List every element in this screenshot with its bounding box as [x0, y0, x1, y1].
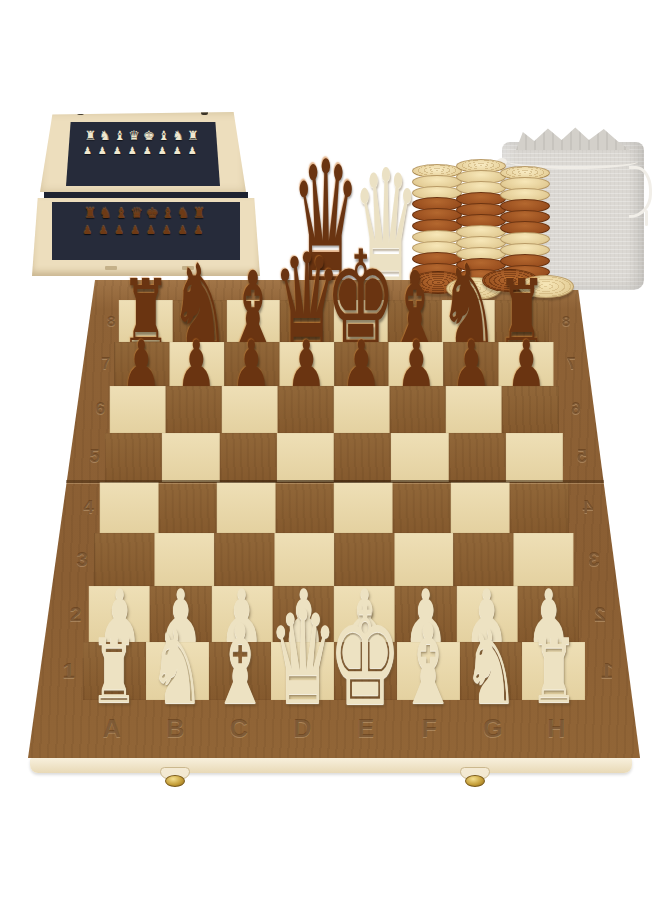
bag-gathered-top: [516, 126, 630, 150]
piece-white-bishop-f1: ♝: [399, 610, 458, 720]
square-a4: [100, 482, 159, 533]
chessboard: ♜♞♝♛♚♝♞♜♟♟♟♟♟♟♟♟♟♟♟♟♟♟♟♟♜♞♝♛♚♝♞♜ ABCDEFG…: [0, 270, 660, 830]
file-label-a: A: [99, 714, 125, 743]
square-g4: [451, 482, 510, 533]
box-lid: ♜♞♝♛♚♝♞♜ ♟♟♟♟♟♟♟♟: [40, 112, 246, 192]
rank-label-right-3: 3: [581, 548, 607, 571]
box-dark-major-row: ♜♞♝♛♚♝♞♜: [52, 204, 240, 224]
file-label-h: H: [543, 714, 569, 743]
square-e6: [334, 386, 390, 433]
square-g6: [446, 386, 502, 433]
rank-label-left-5: 5: [82, 446, 108, 467]
rank-label-right-2: 2: [587, 602, 613, 626]
square-c7: ♟: [224, 342, 279, 386]
rank-label-right-7: 7: [558, 355, 584, 373]
square-f5: [391, 433, 448, 482]
square-e5: [334, 433, 391, 482]
brass-latch-left: [158, 767, 192, 791]
square-a6: [110, 386, 166, 433]
square-c4: [217, 482, 276, 533]
rank-label-left-4: 4: [75, 496, 101, 518]
rank-row-5: [105, 433, 563, 482]
rank-row-7: ♟♟♟♟♟♟♟♟: [114, 342, 553, 386]
product-photo-canvas: ♜♞♝♛♚♝♞♜ ♟♟♟♟♟♟♟♟ ♜♞♝♛♚♝♞♜ ♟♟♟♟♟♟♟♟ ♛ ♛: [0, 0, 660, 900]
square-b1: ♞: [146, 642, 209, 700]
square-h4: [510, 482, 569, 533]
box-hinge-knob: [77, 110, 84, 115]
square-e1: ♚: [334, 642, 397, 700]
bag-drawstring-tail: [645, 210, 648, 226]
square-f6: [390, 386, 446, 433]
square-f1: ♝: [397, 642, 460, 700]
square-e7: ♟: [334, 342, 389, 386]
box-white-major-row: ♜♞♝♛♚♝♞♜: [66, 127, 220, 145]
square-c1: ♝: [208, 642, 271, 700]
rank-label-right-4: 4: [575, 496, 601, 518]
rank-label-left-7: 7: [93, 355, 119, 373]
square-h5: [506, 433, 563, 482]
square-d7: ♟: [279, 342, 334, 386]
square-g5: [449, 433, 506, 482]
square-c6: [222, 386, 278, 433]
square-b6: [166, 386, 222, 433]
file-label-c: C: [226, 714, 252, 743]
square-h7: ♟: [499, 342, 554, 386]
rank-label-left-2: 2: [62, 602, 88, 626]
square-c5: [219, 433, 276, 482]
square-f4: [393, 482, 452, 533]
box-hinge-knob: [201, 110, 208, 115]
latch-knob: [465, 775, 485, 787]
rank-label-right-1: 1: [594, 658, 620, 684]
file-label-e: E: [353, 714, 379, 743]
rank-row-6: [110, 386, 558, 433]
rank-row-1: ♜♞♝♛♚♝♞♜: [83, 642, 585, 700]
rank-label-right-8: 8: [553, 312, 579, 329]
square-b7: ♟: [169, 342, 224, 386]
piece-white-king-e1: ♚: [329, 588, 403, 725]
square-g1: ♞: [459, 642, 522, 700]
piece-white-rook-a1: ♜: [90, 627, 138, 716]
rank-row-4: [100, 482, 568, 533]
box-hinge: [44, 192, 248, 199]
file-label-d: D: [289, 714, 315, 743]
box-white-pawn-row: ♟♟♟♟♟♟♟♟: [66, 145, 220, 157]
file-label-b: B: [162, 714, 188, 743]
checkers-stack-3: [500, 166, 550, 276]
square-h1: ♜: [522, 642, 585, 700]
square-b5: [162, 433, 219, 482]
square-d1: ♛: [271, 642, 334, 700]
rank-label-left-3: 3: [69, 548, 95, 571]
square-d5: [277, 433, 334, 482]
bag-drawstring-loop: [629, 166, 652, 218]
square-d6: [278, 386, 334, 433]
file-label-g: G: [480, 714, 506, 743]
piece-white-knight-b1: ♞: [149, 616, 204, 719]
box-dark-pawn-row: ♟♟♟♟♟♟♟♟: [52, 224, 240, 237]
piece-white-bishop-c1: ♝: [210, 610, 269, 720]
box-lid-interior: ♜♞♝♛♚♝♞♜ ♟♟♟♟♟♟♟♟: [66, 122, 220, 186]
rank-label-left-1: 1: [56, 658, 82, 684]
square-d4: [275, 482, 334, 533]
square-h6: [502, 386, 558, 433]
square-f7: ♟: [389, 342, 444, 386]
latch-knob: [165, 775, 185, 787]
rank-label-left-8: 8: [98, 312, 124, 329]
square-a5: [105, 433, 162, 482]
square-a7: ♟: [114, 342, 169, 386]
rank-label-left-6: 6: [87, 399, 113, 419]
rank-label-right-6: 6: [563, 399, 589, 419]
square-g7: ♟: [444, 342, 499, 386]
rank-label-right-5: 5: [569, 446, 595, 467]
square-e4: [334, 482, 393, 533]
brass-latch-right: [458, 767, 492, 791]
board-folding-seam: [66, 480, 604, 483]
square-a1: ♜: [83, 642, 146, 700]
piece-white-knight-g1: ♞: [463, 616, 518, 719]
square-b4: [158, 482, 217, 533]
piece-white-rook-h1: ♜: [530, 627, 578, 716]
piece-white-queen-d1: ♛: [268, 593, 338, 723]
file-label-f: F: [416, 714, 442, 743]
